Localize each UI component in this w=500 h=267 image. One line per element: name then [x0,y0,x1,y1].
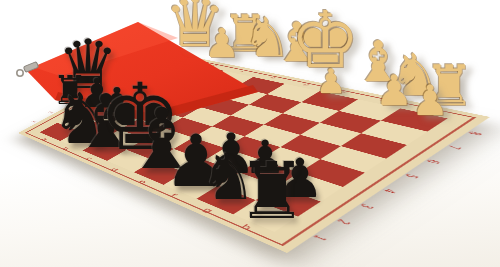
coord-label-3: 3 [321,190,376,211]
coord-label-7: 7 [407,134,465,151]
coord-label-6: 6 [386,148,443,166]
coord-label-4: 4 [343,175,399,195]
camel-pawn[interactable]: ♟ [316,66,346,97]
camel-pawn[interactable]: ♟ [204,25,240,62]
camel-pawn[interactable]: ♟ [375,72,413,111]
zipper-pull-icon [17,62,39,77]
camel-pawn[interactable]: ♟ [411,82,449,121]
coord-label-5: 5 [365,161,422,180]
chess-set-product-photo: abcdefgh abcdefgh 12345678 12345678 ♛♟♜♞… [0,0,500,267]
black-rook[interactable]: ♜ [237,156,307,228]
